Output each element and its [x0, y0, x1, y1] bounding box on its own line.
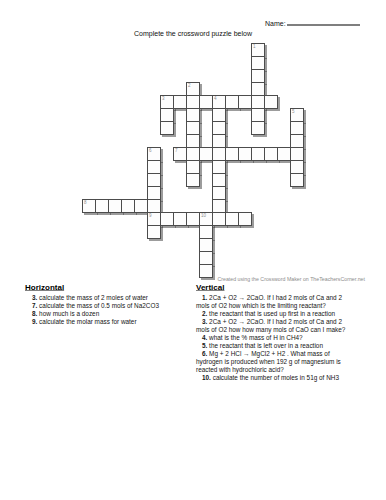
grid-cell[interactable]	[238, 147, 252, 161]
clue-horizontal-8: 8. how much is a dozen	[32, 310, 175, 318]
vertical-clue-list: 1. 2Ca + O2 → 2CaO. If I had 2 mols of C…	[196, 294, 376, 382]
grid-cell[interactable]	[264, 95, 278, 109]
grid-cell[interactable]	[238, 95, 252, 109]
clue-vertical-6-cont1: hydrogen is produced when 192 g of magne…	[196, 358, 376, 366]
grid-cell[interactable]	[199, 238, 213, 252]
grid-cell[interactable]	[186, 173, 200, 187]
clue-number-label: 8	[84, 200, 87, 205]
grid-cell[interactable]	[212, 108, 226, 122]
grid-cell[interactable]	[186, 160, 200, 174]
grid-cell[interactable]	[108, 199, 122, 213]
grid-cell[interactable]	[225, 95, 239, 109]
clue-number: 6.	[202, 350, 207, 358]
grid-cell[interactable]	[186, 108, 200, 122]
name-blank-field[interactable]	[287, 18, 360, 26]
grid-cell[interactable]	[160, 212, 174, 226]
clue-number: 2.	[202, 310, 207, 318]
grid-cell[interactable]	[212, 121, 226, 135]
grid-cell[interactable]	[290, 147, 304, 161]
clue-vertical-3-cont1: mols of O2 how how many mols of CaO can …	[196, 326, 376, 334]
clue-number-label: 10	[201, 213, 206, 218]
clue-number-label: 7	[175, 148, 178, 153]
clue-vertical-6-cont2: reacted with hydrochloric acid?	[196, 366, 376, 374]
clue-number: 7.	[32, 302, 37, 310]
clue-vertical-3: 3. 2Ca + O2 → 2CaO. If I had 2 mols of C…	[202, 318, 376, 326]
grid-cell[interactable]	[290, 160, 304, 174]
grid-cell[interactable]	[160, 108, 174, 122]
grid-cell[interactable]	[212, 160, 226, 174]
worksheet-page: Name: Complete the crossword puzzle belo…	[0, 0, 386, 500]
grid-cell[interactable]	[147, 225, 161, 239]
clue-number: 1.	[202, 294, 207, 302]
grid-cell[interactable]	[251, 95, 265, 109]
clue-vertical-5: 5. the reactant that is left over in a r…	[202, 342, 376, 350]
grid-cell[interactable]	[251, 121, 265, 135]
grid-cell[interactable]: 9	[147, 212, 161, 226]
clue-horizontal-3: 3. calculate the mass of 2 moles of wate…	[32, 294, 175, 302]
grid-cell[interactable]: 10	[199, 212, 213, 226]
grid-cell[interactable]: 2	[186, 82, 200, 96]
clue-number-label: 1	[253, 44, 256, 49]
grid-cell[interactable]	[290, 121, 304, 135]
name-line: Name:	[265, 18, 360, 27]
grid-cell[interactable]	[199, 95, 213, 109]
grid-cell[interactable]: 5	[290, 108, 304, 122]
clue-horizontal-7: 7. calculate the mass of 0.5 mols of Na2…	[32, 302, 175, 310]
grid-cell[interactable]	[199, 225, 213, 239]
clue-vertical-4: 4. what is the % mass of H in CH4?	[202, 334, 376, 342]
grid-cell[interactable]: 7	[173, 147, 187, 161]
clue-number: 3.	[202, 318, 207, 326]
name-label: Name:	[265, 19, 286, 27]
grid-cell[interactable]	[225, 212, 239, 226]
horizontal-heading: Horizontal	[25, 283, 175, 292]
clue-number: 9.	[32, 318, 37, 326]
grid-cell[interactable]	[199, 147, 213, 161]
horizontal-clue-list: 3. calculate the mass of 2 moles of wate…	[25, 294, 175, 326]
grid-cell[interactable]	[290, 134, 304, 148]
grid-cell[interactable]: 1	[251, 43, 265, 57]
grid-cell[interactable]	[134, 199, 148, 213]
grid-cell[interactable]	[212, 173, 226, 187]
clue-number: 10.	[202, 374, 211, 382]
grid-cell[interactable]	[186, 147, 200, 161]
grid-cell[interactable]	[212, 186, 226, 200]
grid-cell[interactable]: 6	[147, 147, 161, 161]
attribution-text: Created using the Crossword Maker on The…	[205, 276, 365, 282]
clue-vertical-1: 1. 2Ca + O2 → 2CaO. If I had 2 mols of C…	[202, 294, 376, 302]
grid-cell[interactable]	[199, 251, 213, 265]
vertical-heading: Vertical	[196, 283, 376, 292]
grid-cell[interactable]: 3	[160, 95, 174, 109]
grid-cell[interactable]	[251, 69, 265, 83]
grid-cell[interactable]	[186, 95, 200, 109]
clue-number: 3.	[32, 294, 37, 302]
grid-cell[interactable]	[212, 212, 226, 226]
grid-cell[interactable]: 4	[212, 95, 226, 109]
clue-vertical-1-cont1: mols of O2 how which is the limiting rea…	[196, 302, 376, 310]
grid-cell[interactable]	[95, 199, 109, 213]
clue-vertical-2: 2. the reactant that is used up first in…	[202, 310, 376, 318]
grid-cell[interactable]	[147, 173, 161, 187]
grid-cell[interactable]	[186, 134, 200, 148]
grid-cell[interactable]	[121, 199, 135, 213]
horizontal-clues-section: Horizontal 3. calculate the mass of 2 mo…	[25, 283, 175, 326]
crossword-grid: 12345678910	[82, 43, 304, 278]
grid-cell[interactable]	[225, 147, 239, 161]
grid-cell[interactable]	[212, 134, 226, 148]
grid-cell[interactable]	[290, 173, 304, 187]
clue-number-label: 2	[188, 83, 191, 88]
clue-number: 8.	[32, 310, 37, 318]
clue-number-label: 5	[292, 109, 295, 114]
grid-cell[interactable]	[147, 160, 161, 174]
grid-cell[interactable]	[173, 95, 187, 109]
grid-cell[interactable]	[212, 199, 226, 213]
grid-cell[interactable]	[212, 147, 226, 161]
grid-cell[interactable]	[238, 212, 252, 226]
clue-horizontal-9: 9. calculate the molar mass for water	[32, 318, 175, 326]
grid-cell[interactable]	[147, 199, 161, 213]
clue-number: 4.	[202, 334, 207, 342]
grid-cell[interactable]	[160, 121, 174, 135]
vertical-clues-section: Vertical 1. 2Ca + O2 → 2CaO. If I had 2 …	[196, 283, 376, 382]
page-title: Complete the crossword puzzle below	[0, 30, 386, 38]
grid-cell[interactable]	[251, 56, 265, 70]
clue-number-label: 3	[162, 96, 165, 101]
clue-number-label: 4	[214, 96, 217, 101]
clue-number-label: 9	[149, 213, 152, 218]
grid-cell[interactable]	[251, 147, 265, 161]
grid-cell[interactable]	[147, 186, 161, 200]
grid-cell[interactable]	[251, 108, 265, 122]
grid-cell[interactable]	[264, 147, 278, 161]
grid-cell[interactable]	[251, 82, 265, 96]
grid-cell[interactable]	[173, 212, 187, 226]
clue-vertical-10: 10. calculate the number of moles in 51g…	[202, 374, 376, 382]
clue-vertical-6: 6. Mg + 2 HCl → MgCl2 + H2 . What mass o…	[202, 350, 376, 358]
grid-cell[interactable]	[186, 212, 200, 226]
grid-cell[interactable]	[277, 147, 291, 161]
clue-number: 5.	[202, 342, 207, 350]
grid-cell[interactable]	[186, 121, 200, 135]
clue-number-label: 6	[149, 148, 152, 153]
grid-cell[interactable]: 8	[82, 199, 96, 213]
